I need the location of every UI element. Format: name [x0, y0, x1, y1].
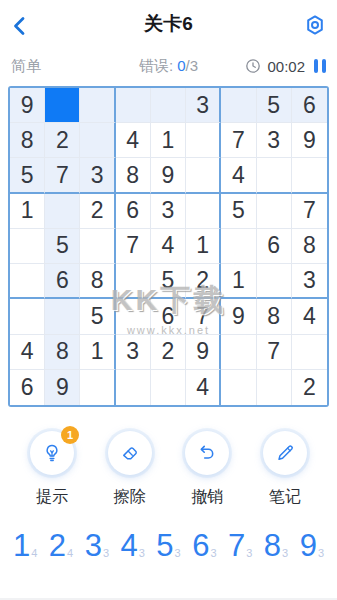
digit-remaining-count: 3 [210, 548, 216, 559]
notes-button[interactable]: 笔记 [257, 431, 313, 508]
cell-r3c9[interactable] [292, 158, 327, 193]
digit-button-8[interactable]: 83 [264, 530, 288, 561]
cell-r5c2[interactable]: 5 [45, 229, 80, 264]
erase-button[interactable]: 擦除 [102, 431, 158, 508]
cell-r5c4[interactable]: 7 [116, 229, 151, 264]
digit-value: 3 [85, 530, 102, 561]
cell-r8c6[interactable]: 9 [186, 335, 221, 370]
cell-r7c7[interactable]: 9 [221, 299, 256, 334]
cell-r7c5[interactable]: 6 [151, 299, 186, 334]
digit-button-5[interactable]: 53 [156, 530, 180, 561]
notes-circle [263, 431, 307, 475]
cell-r1c6[interactable]: 3 [186, 88, 221, 123]
digit-value: 7 [228, 530, 245, 561]
undo-button[interactable]: 撤销 [179, 431, 235, 508]
digit-value: 4 [120, 530, 137, 561]
digit-button-3[interactable]: 33 [85, 530, 109, 561]
cell-r6c8[interactable] [257, 264, 292, 299]
cell-r8c5[interactable]: 2 [151, 335, 186, 370]
cell-r1c7[interactable] [221, 88, 256, 123]
cell-r4c2[interactable] [45, 194, 80, 229]
undo-label: 撤销 [191, 487, 223, 508]
cell-r5c3[interactable] [80, 229, 115, 264]
cell-r2c6[interactable] [186, 123, 221, 158]
cell-r6c5[interactable]: 5 [151, 264, 186, 299]
cell-r6c4[interactable] [116, 264, 151, 299]
digit-value: 6 [192, 530, 209, 561]
cell-r3c4[interactable]: 8 [116, 158, 151, 193]
cell-r3c6[interactable] [186, 158, 221, 193]
settings-button[interactable] [303, 13, 327, 37]
back-button[interactable] [8, 14, 32, 38]
cell-r5c7[interactable] [221, 229, 256, 264]
cell-r2c5[interactable]: 1 [151, 123, 186, 158]
cell-r9c4[interactable] [116, 370, 151, 405]
cell-r1c1[interactable]: 9 [10, 88, 45, 123]
cell-r4c9[interactable]: 7 [292, 194, 327, 229]
cell-r8c7[interactable] [221, 335, 256, 370]
hint-label: 提示 [36, 487, 68, 508]
cell-r9c3[interactable] [80, 370, 115, 405]
digit-remaining-count: 3 [318, 548, 324, 559]
cell-r6c6[interactable]: 2 [186, 264, 221, 299]
cell-r2c2[interactable]: 2 [45, 123, 80, 158]
cell-r1c9[interactable]: 6 [292, 88, 327, 123]
hint-badge: 1 [61, 426, 79, 444]
cell-r5c8[interactable]: 6 [257, 229, 292, 264]
timer-value: 00:02 [267, 58, 305, 75]
back-chevron-icon [8, 14, 32, 38]
cell-r6c7[interactable]: 1 [221, 264, 256, 299]
erase-circle [108, 431, 152, 475]
cell-r1c2[interactable] [45, 88, 80, 123]
header: 关卡6 [0, 0, 337, 46]
digit-remaining-count: 3 [175, 548, 181, 559]
cell-r8c9[interactable] [292, 335, 327, 370]
error-total: /3 [186, 57, 199, 74]
error-counter: 错误: 0/3 [139, 57, 198, 76]
cell-r4c8[interactable] [257, 194, 292, 229]
cell-r9c1[interactable]: 6 [10, 370, 45, 405]
digit-button-6[interactable]: 63 [192, 530, 216, 561]
cell-r7c1[interactable] [10, 299, 45, 334]
number-pad: 142433435363738393 [0, 530, 337, 561]
pencil-icon [274, 442, 296, 464]
digit-button-4[interactable]: 43 [120, 530, 144, 561]
board-wrap: 9356824173957389412635757416868521356798… [8, 86, 329, 407]
cell-r4c4[interactable]: 6 [116, 194, 151, 229]
digit-remaining-count: 3 [103, 548, 109, 559]
cell-r7c8[interactable]: 8 [257, 299, 292, 334]
notes-label: 笔记 [269, 487, 301, 508]
pause-button[interactable] [314, 59, 326, 73]
cell-r2c1[interactable]: 8 [10, 123, 45, 158]
digit-value: 5 [156, 530, 173, 561]
pause-bar-icon [322, 59, 326, 73]
cell-r7c3[interactable]: 5 [80, 299, 115, 334]
cell-r5c6[interactable]: 1 [186, 229, 221, 264]
cell-r3c8[interactable] [257, 158, 292, 193]
cell-r5c1[interactable] [10, 229, 45, 264]
digit-remaining-count: 4 [31, 548, 37, 559]
cell-r9c2[interactable]: 9 [45, 370, 80, 405]
cell-r2c7[interactable]: 7 [221, 123, 256, 158]
cell-r5c5[interactable]: 4 [151, 229, 186, 264]
timer-group: 00:02 [245, 58, 326, 75]
status-bar: 简单 错误: 0/3 00:02 [0, 54, 337, 78]
eraser-icon [119, 442, 141, 464]
cell-r8c2[interactable]: 8 [45, 335, 80, 370]
digit-button-1[interactable]: 14 [13, 530, 37, 561]
cell-r2c8[interactable]: 3 [257, 123, 292, 158]
cell-r2c9[interactable]: 9 [292, 123, 327, 158]
digit-value: 8 [264, 530, 281, 561]
clock-icon [245, 58, 261, 74]
cell-r4c5[interactable]: 3 [151, 194, 186, 229]
cell-r1c8[interactable]: 5 [257, 88, 292, 123]
cell-r8c4[interactable]: 3 [116, 335, 151, 370]
cell-r2c4[interactable]: 4 [116, 123, 151, 158]
cell-r3c1[interactable]: 5 [10, 158, 45, 193]
cell-r9c5[interactable] [151, 370, 186, 405]
lightbulb-icon [41, 442, 63, 464]
cell-r6c9[interactable]: 3 [292, 264, 327, 299]
cell-r6c3[interactable]: 8 [80, 264, 115, 299]
cell-r5c9[interactable]: 8 [292, 229, 327, 264]
erase-label: 擦除 [114, 487, 146, 508]
digit-value: 1 [13, 530, 30, 561]
cell-r7c9[interactable]: 4 [292, 299, 327, 334]
cell-r4c3[interactable]: 2 [80, 194, 115, 229]
cell-r8c1[interactable]: 4 [10, 335, 45, 370]
cell-r2c3[interactable] [80, 123, 115, 158]
digit-button-2[interactable]: 24 [49, 530, 73, 561]
cell-r6c2[interactable]: 6 [45, 264, 80, 299]
cell-r4c6[interactable] [186, 194, 221, 229]
cell-r3c7[interactable]: 4 [221, 158, 256, 193]
cell-r9c7[interactable] [221, 370, 256, 405]
page-title: 关卡6 [0, 12, 337, 36]
cell-r1c4[interactable] [116, 88, 151, 123]
undo-arrow-icon [196, 442, 218, 464]
cell-r3c3[interactable]: 3 [80, 158, 115, 193]
sudoku-board: 9356824173957389412635757416868521356798… [8, 86, 329, 407]
cell-r7c4[interactable] [116, 299, 151, 334]
digit-value: 2 [49, 530, 66, 561]
cell-r9c9[interactable]: 2 [292, 370, 327, 405]
digit-remaining-count: 3 [282, 548, 288, 559]
cell-r7c6[interactable]: 7 [186, 299, 221, 334]
cell-r6c1[interactable] [10, 264, 45, 299]
digit-remaining-count: 3 [139, 548, 145, 559]
digit-button-7[interactable]: 73 [228, 530, 252, 561]
cell-r3c2[interactable]: 7 [45, 158, 80, 193]
cell-r4c7[interactable]: 5 [221, 194, 256, 229]
hint-circle: 1 [30, 431, 74, 475]
digit-button-9[interactable]: 93 [300, 530, 324, 561]
pause-bar-icon [314, 59, 318, 73]
digit-value: 9 [300, 530, 317, 561]
cell-r8c3[interactable]: 1 [80, 335, 115, 370]
error-label: 错误: [139, 57, 173, 74]
error-current: 0 [177, 57, 185, 74]
cell-r1c5[interactable] [151, 88, 186, 123]
cell-r3c5[interactable]: 9 [151, 158, 186, 193]
difficulty-label: 简单 [11, 57, 41, 76]
digit-remaining-count: 3 [246, 548, 252, 559]
cell-r9c6[interactable]: 4 [186, 370, 221, 405]
cell-r9c8[interactable] [257, 370, 292, 405]
cell-r4c1[interactable]: 1 [10, 194, 45, 229]
gear-icon [303, 13, 327, 37]
toolbar: 1 提示 擦除 撤销 笔记 [0, 431, 337, 508]
cell-r8c8[interactable]: 7 [257, 335, 292, 370]
cell-r7c2[interactable] [45, 299, 80, 334]
hint-button[interactable]: 1 提示 [24, 431, 80, 508]
cell-r1c3[interactable] [80, 88, 115, 123]
digit-remaining-count: 4 [67, 548, 73, 559]
undo-circle [185, 431, 229, 475]
